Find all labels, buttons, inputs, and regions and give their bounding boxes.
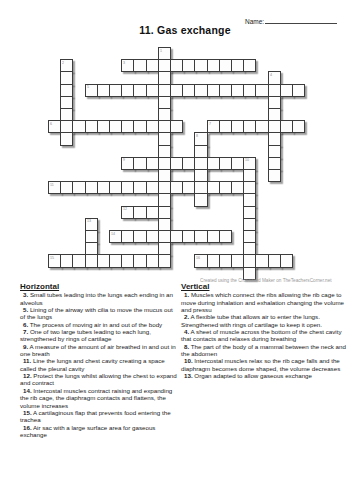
clue-item: 2. A flexible tube that allows air to en… — [181, 313, 348, 328]
grid-cell[interactable] — [207, 254, 220, 267]
crossword-grid: 12345678910111213141516 — [48, 47, 306, 281]
name-blank-line[interactable] — [265, 16, 337, 24]
clue-number: 13 — [87, 219, 91, 223]
grid-cell[interactable] — [268, 157, 281, 170]
grid-cell[interactable] — [207, 59, 220, 72]
grid-cell[interactable] — [280, 254, 293, 267]
grid-cell[interactable]: 12 — [121, 206, 134, 219]
grid-cell[interactable] — [158, 218, 171, 231]
grid-cell[interactable] — [207, 157, 220, 170]
grid-cell[interactable] — [158, 206, 171, 219]
grid-cell[interactable] — [194, 230, 207, 243]
grid-cell[interactable] — [85, 181, 98, 194]
clue-number: 14 — [111, 232, 115, 236]
grid-cell[interactable] — [97, 84, 110, 97]
grid-cell[interactable] — [121, 181, 134, 194]
grid-cell[interactable] — [72, 254, 85, 267]
grid-cell[interactable] — [121, 230, 134, 243]
grid-cell[interactable] — [133, 181, 146, 194]
grid-cell[interactable]: 7 — [207, 120, 220, 133]
worksheet-page: Name: 11. Gas exchange 12345678910111213… — [0, 0, 353, 500]
clue-item: 16. Air sac with a large surface area fo… — [20, 424, 177, 439]
grid-cell[interactable] — [60, 181, 73, 194]
horizontal-clues-column: Horizontal 3. Small tubes leading into t… — [20, 283, 177, 438]
grid-cell[interactable] — [219, 157, 232, 170]
grid-cell[interactable] — [85, 120, 98, 133]
grid-cell[interactable] — [243, 206, 256, 219]
clue-item: 12. Protect the lungs whilst allowing th… — [20, 372, 177, 387]
vertical-clues-column: Vertical 1. Muscles which connect the ri… — [181, 283, 348, 379]
grid-cell[interactable] — [194, 157, 207, 170]
grid-cell[interactable] — [85, 254, 98, 267]
clue-item: 4. A sheet of muscle across the bottom o… — [181, 328, 348, 343]
grid-cell[interactable] — [182, 157, 195, 170]
clue-item: 3. Small tubes leading into the lungs ea… — [20, 291, 177, 306]
grid-cell[interactable] — [158, 132, 171, 145]
grid-cell[interactable] — [97, 254, 110, 267]
grid-cell[interactable] — [243, 254, 256, 267]
grid-cell[interactable] — [60, 120, 73, 133]
grid-cell[interactable] — [97, 181, 110, 194]
grid-cell[interactable] — [60, 71, 73, 84]
grid-cell[interactable]: 4 — [268, 71, 281, 84]
grid-cell[interactable] — [85, 242, 98, 255]
grid-cell[interactable] — [60, 84, 73, 97]
grid-cell[interactable] — [207, 181, 220, 194]
grid-cell[interactable] — [219, 230, 232, 243]
clue-item: 11. Line the lungs and chest cavity crea… — [20, 357, 177, 372]
grid-cell[interactable] — [158, 71, 171, 84]
grid-cell[interactable] — [158, 84, 171, 97]
grid-cell[interactable] — [60, 132, 73, 145]
grid-cell[interactable] — [146, 84, 159, 97]
grid-cell[interactable] — [146, 157, 159, 170]
grid-cell[interactable] — [194, 145, 207, 158]
grid-cell[interactable] — [97, 120, 110, 133]
grid-cell[interactable] — [60, 254, 73, 267]
clue-number: 4 — [270, 73, 272, 77]
grid-cell[interactable] — [72, 120, 85, 133]
grid-cell[interactable] — [133, 157, 146, 170]
grid-cell[interactable] — [243, 59, 256, 72]
grid-cell[interactable] — [194, 181, 207, 194]
clue-number: 8 — [196, 134, 198, 138]
vertical-clues-list: 1. Muscles which connect the ribs allowi… — [181, 291, 348, 379]
grid-cell[interactable]: 9 — [121, 157, 134, 170]
grid-cell[interactable] — [268, 169, 281, 182]
grid-cell[interactable] — [207, 230, 220, 243]
clue-number: 10 — [245, 158, 249, 162]
clue-number: 7 — [209, 122, 211, 126]
grid-cell[interactable] — [194, 59, 207, 72]
grid-cell[interactable] — [133, 230, 146, 243]
grid-cell[interactable] — [280, 84, 293, 97]
grid-cell[interactable] — [182, 84, 195, 97]
grid-cell[interactable] — [219, 120, 232, 133]
grid-cell[interactable] — [158, 120, 171, 133]
grid-cell[interactable] — [133, 59, 146, 72]
grid-cell[interactable] — [121, 254, 134, 267]
grid-cell[interactable] — [158, 254, 171, 267]
grid-cell[interactable] — [158, 59, 171, 72]
clue-number: 11 — [50, 183, 54, 187]
grid-cell[interactable] — [268, 84, 281, 97]
grid-cell[interactable] — [133, 84, 146, 97]
clue-item: 9. A measure of the amount of air breath… — [20, 343, 177, 358]
grid-cell[interactable] — [292, 84, 305, 97]
grid-cell[interactable] — [255, 84, 268, 97]
grid-cell[interactable] — [121, 120, 134, 133]
grid-cell[interactable] — [146, 59, 159, 72]
clue-item: 7. One of two large tubes leading to eac… — [20, 328, 177, 343]
grid-cell[interactable]: 8 — [194, 132, 207, 145]
grid-cell[interactable] — [268, 132, 281, 145]
clue-item: 8. The part of the body of a mammal betw… — [181, 343, 348, 358]
vertical-heading: Vertical — [181, 283, 348, 290]
grid-cell[interactable] — [292, 120, 305, 133]
clue-item: 13. Organ adapted to allow gaseous excha… — [181, 372, 348, 379]
grid-cell[interactable] — [280, 120, 293, 133]
grid-cell[interactable] — [60, 96, 73, 109]
clue-number: 1 — [160, 49, 162, 53]
grid-cell[interactable] — [146, 254, 159, 267]
grid-cell[interactable] — [158, 157, 171, 170]
grid-cell[interactable] — [243, 242, 256, 255]
grid-cell[interactable] — [182, 181, 195, 194]
grid-cell[interactable] — [170, 120, 183, 133]
clue-item: 15. A cartilaginous flap that prevents f… — [20, 409, 177, 424]
grid-cell[interactable] — [194, 84, 207, 97]
clue-item: 14. Intercostal muscles contract raising… — [20, 387, 177, 409]
grid-cell[interactable] — [219, 254, 232, 267]
grid-cell[interactable] — [182, 230, 195, 243]
clue-item: 6. The process of moving air in and out … — [20, 321, 177, 328]
grid-cell[interactable] — [182, 59, 195, 72]
grid-cell[interactable] — [146, 206, 159, 219]
grid-cell[interactable] — [243, 181, 256, 194]
grid-cell[interactable] — [268, 120, 281, 133]
grid-cell[interactable] — [243, 84, 256, 97]
grid-cell[interactable] — [243, 193, 256, 206]
grid-cell[interactable] — [158, 145, 171, 158]
grid-cell[interactable] — [207, 84, 220, 97]
clue-number: 16 — [196, 256, 200, 260]
grid-cell[interactable] — [268, 254, 281, 267]
clue-number: 9 — [123, 158, 125, 162]
grid-cell[interactable] — [268, 96, 281, 109]
grid-cell[interactable] — [72, 181, 85, 194]
clue-number: 5 — [87, 85, 89, 89]
clue-item: 10. Intercostal muscles relax so the rib… — [181, 357, 348, 372]
grid-cell[interactable]: 3 — [121, 59, 134, 72]
grid-cell[interactable] — [219, 84, 232, 97]
grid-cell[interactable] — [133, 120, 146, 133]
grid-cell[interactable] — [219, 181, 232, 194]
clue-number: 3 — [123, 61, 125, 65]
grid-cell[interactable] — [158, 193, 171, 206]
grid-cell[interactable]: 16 — [194, 254, 207, 267]
grid-cell[interactable] — [194, 193, 207, 206]
grid-cell[interactable] — [158, 242, 171, 255]
grid-cell[interactable] — [243, 120, 256, 133]
grid-cell[interactable] — [243, 218, 256, 231]
grid-cell[interactable] — [133, 206, 146, 219]
clue-item: 1. Muscles which connect the ribs allowi… — [181, 291, 348, 313]
grid-cell[interactable] — [146, 181, 159, 194]
horizontal-heading: Horizontal — [20, 283, 177, 290]
grid-cell[interactable] — [255, 254, 268, 267]
grid-cell[interactable]: 5 — [85, 84, 98, 97]
grid-cell[interactable] — [268, 145, 281, 158]
grid-cell[interactable] — [146, 120, 159, 133]
grid-cell[interactable]: 10 — [243, 157, 256, 170]
footer-credit: Created using the Crossword Maker on The… — [200, 278, 332, 283]
clue-number: 2 — [62, 61, 64, 65]
grid-cell[interactable] — [121, 84, 134, 97]
grid-cell[interactable]: 13 — [85, 218, 98, 231]
page-title: 11. Gas exchange — [17, 24, 353, 36]
grid-cell[interactable]: 2 — [60, 59, 73, 72]
clue-item: 5. Lining of the airway with cilia to mo… — [20, 306, 177, 321]
grid-cell[interactable] — [219, 59, 232, 72]
horizontal-clues-list: 3. Small tubes leading into the lungs ea… — [20, 291, 177, 438]
grid-cell[interactable] — [158, 181, 171, 194]
grid-cell[interactable] — [158, 96, 171, 109]
grid-cell[interactable] — [255, 120, 268, 133]
grid-cell[interactable] — [133, 254, 146, 267]
clue-number: 15 — [50, 256, 54, 260]
grid-cell[interactable] — [146, 230, 159, 243]
clue-number: 6 — [50, 122, 52, 126]
clue-number: 12 — [123, 207, 127, 211]
